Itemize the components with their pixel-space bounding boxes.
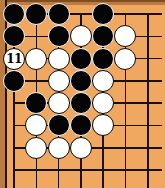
intersection[interactable] xyxy=(70,47,92,69)
intersection[interactable] xyxy=(25,137,47,159)
intersection[interactable] xyxy=(47,70,69,92)
intersection[interactable] xyxy=(92,3,114,25)
stone-black xyxy=(70,48,92,70)
intersection[interactable] xyxy=(25,25,47,47)
intersection[interactable] xyxy=(114,159,136,181)
intersection[interactable] xyxy=(92,159,114,181)
intersection[interactable] xyxy=(114,137,136,159)
intersection[interactable]: 11 xyxy=(3,47,25,69)
intersection[interactable] xyxy=(137,25,159,47)
stone-white xyxy=(48,48,70,70)
intersection[interactable] xyxy=(47,25,69,47)
intersection[interactable] xyxy=(3,25,25,47)
intersection[interactable] xyxy=(3,114,25,136)
intersection[interactable] xyxy=(47,114,69,136)
stone-black xyxy=(48,114,70,136)
intersection[interactable] xyxy=(47,47,69,69)
intersection[interactable] xyxy=(137,70,159,92)
intersection[interactable] xyxy=(137,92,159,114)
intersection[interactable] xyxy=(70,3,92,25)
intersection[interactable] xyxy=(137,114,159,136)
intersection[interactable] xyxy=(25,92,47,114)
intersection[interactable] xyxy=(70,114,92,136)
stone-black xyxy=(70,92,92,114)
intersection[interactable] xyxy=(3,3,25,25)
stone-white xyxy=(48,70,70,92)
intersection[interactable] xyxy=(92,25,114,47)
stone-white xyxy=(70,137,92,159)
intersection[interactable] xyxy=(137,3,159,25)
stone-white xyxy=(114,25,136,47)
stone-white xyxy=(48,92,70,114)
stone-white xyxy=(92,114,114,136)
intersection[interactable] xyxy=(114,114,136,136)
stone-white xyxy=(92,92,114,114)
stone-white xyxy=(25,114,47,136)
intersection[interactable] xyxy=(25,47,47,69)
intersection[interactable] xyxy=(70,159,92,181)
intersection[interactable] xyxy=(47,137,69,159)
intersection[interactable] xyxy=(92,137,114,159)
intersection[interactable] xyxy=(114,70,136,92)
stone-black xyxy=(48,25,70,47)
intersection[interactable] xyxy=(92,70,114,92)
go-board: 11 xyxy=(0,0,165,188)
stone-white xyxy=(92,70,114,92)
intersection[interactable] xyxy=(92,114,114,136)
intersection[interactable] xyxy=(114,47,136,69)
stone-white xyxy=(48,137,70,159)
intersection[interactable] xyxy=(25,114,47,136)
stone-white xyxy=(25,48,47,70)
intersection[interactable] xyxy=(25,159,47,181)
intersection[interactable] xyxy=(137,137,159,159)
intersection[interactable] xyxy=(3,92,25,114)
stone-black xyxy=(48,3,70,25)
stone-white xyxy=(114,48,136,70)
stone-black xyxy=(25,92,47,114)
intersection[interactable] xyxy=(70,137,92,159)
stone-black xyxy=(3,25,25,47)
stone-black xyxy=(3,3,25,25)
intersection[interactable] xyxy=(3,137,25,159)
stone-white-numbered: 11 xyxy=(3,48,25,70)
intersection[interactable] xyxy=(3,159,25,181)
intersection[interactable] xyxy=(25,3,47,25)
stone-white xyxy=(70,25,92,47)
stone-black xyxy=(92,3,114,25)
stone-black xyxy=(70,70,92,92)
intersection[interactable] xyxy=(70,25,92,47)
stone-black xyxy=(92,48,114,70)
intersection[interactable] xyxy=(25,70,47,92)
stone-black xyxy=(3,70,25,92)
intersection[interactable] xyxy=(47,3,69,25)
stones-grid: 11 xyxy=(3,3,159,181)
intersection[interactable] xyxy=(70,70,92,92)
intersection[interactable] xyxy=(70,92,92,114)
intersection[interactable] xyxy=(92,47,114,69)
stone-white xyxy=(25,137,47,159)
stone-black xyxy=(92,25,114,47)
intersection[interactable] xyxy=(92,92,114,114)
intersection[interactable] xyxy=(114,92,136,114)
intersection[interactable] xyxy=(47,92,69,114)
intersection[interactable] xyxy=(47,159,69,181)
stone-black xyxy=(70,114,92,136)
move-number-label: 11 xyxy=(6,52,22,64)
stone-black xyxy=(25,3,47,25)
intersection[interactable] xyxy=(114,25,136,47)
intersection[interactable] xyxy=(3,70,25,92)
intersection[interactable] xyxy=(137,159,159,181)
intersection[interactable] xyxy=(114,3,136,25)
intersection[interactable] xyxy=(137,47,159,69)
